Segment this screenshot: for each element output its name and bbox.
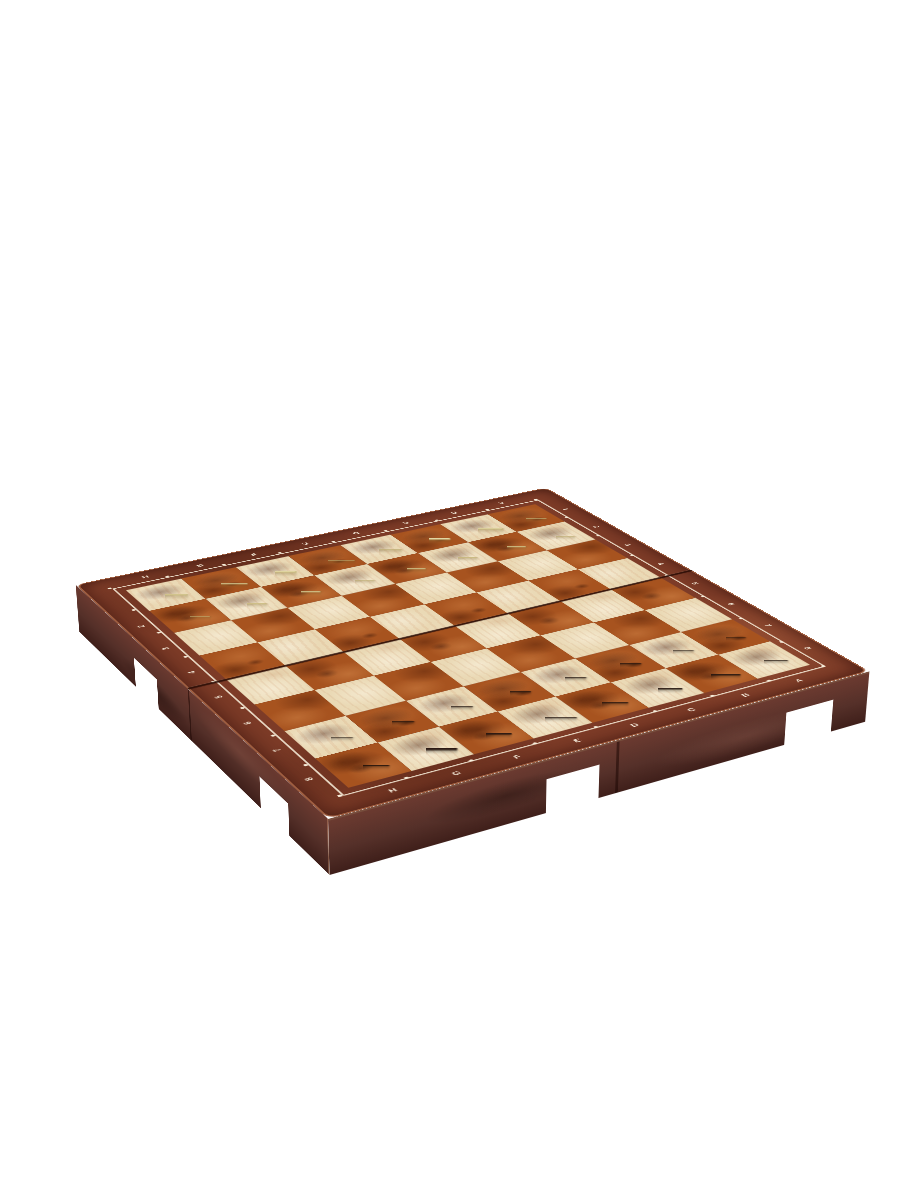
board-hinge-seam <box>615 741 620 793</box>
white-pawn-glyph: ♟ <box>273 510 330 606</box>
board-foot-notch <box>134 658 159 709</box>
frame-dot <box>107 587 112 589</box>
board-hinge-seam <box>188 689 192 742</box>
board-foot-notch <box>546 765 600 814</box>
frame-dot <box>337 794 343 797</box>
chess-set-photo: ABCDEFGH ABCDEFGH 87654321 87654321 ♜♞♝♛… <box>0 0 900 1200</box>
chess-board: ABCDEFGH ABCDEFGH 87654321 87654321 ♜♞♝♛… <box>76 488 870 819</box>
frame-dot <box>820 665 826 667</box>
chess-board-3d: ABCDEFGH ABCDEFGH 87654321 87654321 ♜♞♝♛… <box>76 488 870 819</box>
frame-dot <box>820 665 826 667</box>
white-pawn-glyph: ♟ <box>327 500 383 595</box>
board-foot-notch <box>259 777 289 836</box>
board-foot-notch <box>784 700 833 745</box>
frame-dot <box>337 794 343 797</box>
frame-dot <box>131 609 136 611</box>
